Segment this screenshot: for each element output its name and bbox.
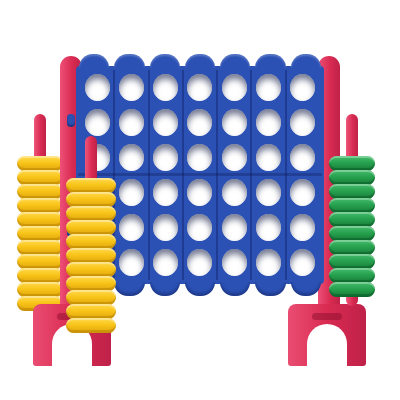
green-disc[interactable] bbox=[329, 240, 375, 255]
cell-r4c6 bbox=[252, 175, 284, 210]
hole-empty bbox=[187, 144, 212, 171]
scallop-bump bbox=[150, 54, 180, 68]
scallop-bump bbox=[255, 54, 285, 68]
yellow-disc[interactable] bbox=[17, 184, 63, 199]
yellow-disc[interactable] bbox=[66, 262, 116, 277]
green-disc[interactable] bbox=[329, 268, 375, 283]
board-center-seam bbox=[78, 173, 322, 176]
yellow-disc[interactable] bbox=[17, 240, 63, 255]
hole-empty bbox=[222, 144, 247, 171]
handle-slot bbox=[312, 313, 342, 320]
yellow-disc[interactable] bbox=[66, 318, 116, 333]
scallop-bump bbox=[114, 54, 144, 68]
hole-empty bbox=[256, 179, 281, 206]
hole-empty bbox=[187, 214, 212, 241]
hole-empty bbox=[222, 179, 247, 206]
hole-empty bbox=[256, 109, 281, 136]
green-disc[interactable] bbox=[329, 156, 375, 171]
yellow-disc[interactable] bbox=[17, 254, 63, 269]
yellow-disc[interactable] bbox=[17, 226, 63, 241]
cell-r5c5 bbox=[218, 210, 250, 245]
cell-r3c3 bbox=[150, 140, 182, 175]
hole-empty bbox=[222, 109, 247, 136]
cell-r4c5 bbox=[218, 175, 250, 210]
scallop-bump bbox=[185, 54, 215, 68]
scallop-bump bbox=[220, 54, 250, 68]
hole-empty bbox=[85, 74, 110, 101]
right-foot bbox=[288, 304, 366, 366]
hole-empty bbox=[187, 179, 212, 206]
green-disc[interactable] bbox=[329, 170, 375, 185]
cell-r2c4 bbox=[184, 105, 216, 140]
green-disc[interactable] bbox=[329, 226, 375, 241]
cell-r5c6 bbox=[252, 210, 284, 245]
cell-r6c3 bbox=[150, 245, 182, 280]
hole-empty bbox=[119, 144, 144, 171]
hole-empty bbox=[153, 249, 178, 276]
cell-r1c6 bbox=[252, 70, 284, 105]
cell-r1c2 bbox=[115, 70, 147, 105]
hole-empty bbox=[119, 74, 144, 101]
cell-r4c3 bbox=[150, 175, 182, 210]
hole-empty bbox=[222, 74, 247, 101]
hole-empty bbox=[119, 179, 144, 206]
hole-empty bbox=[153, 74, 178, 101]
scallop-bump bbox=[79, 54, 109, 68]
cell-r3c4 bbox=[184, 140, 216, 175]
cell-r5c7 bbox=[287, 210, 319, 245]
cell-r6c4 bbox=[184, 245, 216, 280]
hole-empty bbox=[187, 249, 212, 276]
hole-empty bbox=[256, 214, 281, 241]
hole-empty bbox=[119, 109, 144, 136]
cell-r5c3 bbox=[150, 210, 182, 245]
yellow-disc[interactable] bbox=[17, 156, 63, 171]
cell-r4c7 bbox=[287, 175, 319, 210]
yellow-disc[interactable] bbox=[66, 206, 116, 221]
cell-r2c6 bbox=[252, 105, 284, 140]
cell-r1c1 bbox=[81, 70, 113, 105]
scallop-bump bbox=[291, 54, 321, 68]
hole-empty bbox=[256, 74, 281, 101]
hole-empty bbox=[187, 109, 212, 136]
hole-empty bbox=[222, 214, 247, 241]
cell-r1c3 bbox=[150, 70, 182, 105]
giant-connect-four-product-photo bbox=[0, 0, 400, 400]
cell-r1c5 bbox=[218, 70, 250, 105]
green-disc[interactable] bbox=[329, 282, 375, 297]
yellow-disc[interactable] bbox=[66, 178, 116, 193]
yellow-disc[interactable] bbox=[66, 220, 116, 235]
yellow-disc[interactable] bbox=[17, 282, 63, 297]
yellow-disc[interactable] bbox=[17, 212, 63, 227]
hole-empty bbox=[187, 74, 212, 101]
cell-r4c2 bbox=[115, 175, 147, 210]
hole-empty bbox=[119, 214, 144, 241]
cell-r4c4 bbox=[184, 175, 216, 210]
scallop-bump bbox=[255, 282, 285, 296]
yellow-disc[interactable] bbox=[17, 198, 63, 213]
hole-empty bbox=[290, 214, 315, 241]
cell-r2c5 bbox=[218, 105, 250, 140]
hole-empty bbox=[290, 109, 315, 136]
scallop-bump bbox=[291, 282, 321, 296]
cell-r5c4 bbox=[184, 210, 216, 245]
scallop-bump bbox=[185, 282, 215, 296]
board-top-scallops bbox=[79, 54, 321, 68]
hole-empty bbox=[256, 249, 281, 276]
cell-r1c7 bbox=[287, 70, 319, 105]
yellow-disc[interactable] bbox=[66, 290, 116, 305]
scallop-bump bbox=[220, 282, 250, 296]
cell-r6c2 bbox=[115, 245, 147, 280]
scallop-bump bbox=[114, 282, 144, 296]
hole-empty bbox=[290, 179, 315, 206]
yellow-disc[interactable] bbox=[17, 268, 63, 283]
cell-r2c3 bbox=[150, 105, 182, 140]
yellow-disc[interactable] bbox=[66, 192, 116, 207]
cell-r3c6 bbox=[252, 140, 284, 175]
yellow-disc[interactable] bbox=[66, 248, 116, 263]
green-disc[interactable] bbox=[329, 254, 375, 269]
cell-r1c4 bbox=[184, 70, 216, 105]
cell-r6c7 bbox=[287, 245, 319, 280]
hole-empty bbox=[153, 179, 178, 206]
cell-r6c5 bbox=[218, 245, 250, 280]
hole-empty bbox=[153, 214, 178, 241]
hole-empty bbox=[85, 109, 110, 136]
green-disc[interactable] bbox=[329, 184, 375, 199]
scallop-bump bbox=[150, 282, 180, 296]
cell-r3c2 bbox=[115, 140, 147, 175]
yellow-disc[interactable] bbox=[66, 276, 116, 291]
hole-empty bbox=[222, 249, 247, 276]
hole-empty bbox=[290, 249, 315, 276]
green-disc-stack bbox=[329, 156, 375, 296]
hole-empty bbox=[153, 109, 178, 136]
yellow-disc-stack bbox=[66, 178, 116, 332]
cell-r5c2 bbox=[115, 210, 147, 245]
hole-empty bbox=[290, 74, 315, 101]
cell-r6c6 bbox=[252, 245, 284, 280]
yellow-disc[interactable] bbox=[66, 234, 116, 249]
hole-empty bbox=[256, 144, 281, 171]
cell-r3c5 bbox=[218, 140, 250, 175]
yellow-disc[interactable] bbox=[17, 170, 63, 185]
hole-empty bbox=[290, 144, 315, 171]
bolt-icon bbox=[67, 114, 75, 127]
green-disc[interactable] bbox=[329, 212, 375, 227]
hole-empty bbox=[153, 144, 178, 171]
yellow-disc-stack bbox=[17, 156, 63, 310]
green-disc[interactable] bbox=[329, 198, 375, 213]
cell-r3c7 bbox=[287, 140, 319, 175]
yellow-disc[interactable] bbox=[66, 304, 116, 319]
hole-empty bbox=[119, 249, 144, 276]
cell-r2c2 bbox=[115, 105, 147, 140]
cell-r2c7 bbox=[287, 105, 319, 140]
cell-r2c1 bbox=[81, 105, 113, 140]
